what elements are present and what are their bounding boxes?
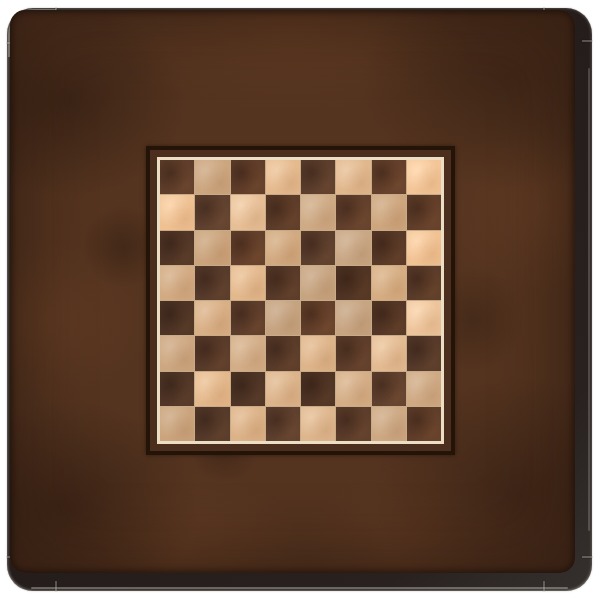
square-f1[interactable] (336, 407, 370, 441)
square-b3[interactable] (195, 336, 229, 370)
square-e6[interactable] (301, 231, 335, 265)
square-a5[interactable] (160, 266, 194, 300)
square-b4[interactable] (195, 301, 229, 335)
square-e2[interactable] (301, 372, 335, 406)
square-b5[interactable] (195, 266, 229, 300)
square-c3[interactable] (231, 336, 265, 370)
square-d1[interactable] (266, 407, 300, 441)
square-d2[interactable] (266, 372, 300, 406)
square-a1[interactable] (160, 407, 194, 441)
square-d3[interactable] (266, 336, 300, 370)
square-c4[interactable] (231, 301, 265, 335)
square-d5[interactable] (266, 266, 300, 300)
bottom-edge-highlight (31, 587, 568, 589)
corner-leaf-seam (582, 556, 592, 558)
square-f8[interactable] (336, 160, 370, 194)
square-b8[interactable] (195, 160, 229, 194)
square-h1[interactable] (407, 407, 441, 441)
square-f3[interactable] (336, 336, 370, 370)
square-d4[interactable] (266, 301, 300, 335)
square-g2[interactable] (372, 372, 406, 406)
square-c7[interactable] (231, 195, 265, 229)
square-a3[interactable] (160, 336, 194, 370)
square-c8[interactable] (231, 160, 265, 194)
square-g8[interactable] (372, 160, 406, 194)
square-d8[interactable] (266, 160, 300, 194)
square-f7[interactable] (336, 195, 370, 229)
square-d6[interactable] (266, 231, 300, 265)
square-h3[interactable] (407, 336, 441, 370)
square-g1[interactable] (372, 407, 406, 441)
square-e3[interactable] (301, 336, 335, 370)
square-d7[interactable] (266, 195, 300, 229)
square-b6[interactable] (195, 231, 229, 265)
square-c5[interactable] (231, 266, 265, 300)
square-g3[interactable] (372, 336, 406, 370)
board-cream-border (157, 157, 444, 444)
square-b7[interactable] (195, 195, 229, 229)
square-a6[interactable] (160, 231, 194, 265)
square-g7[interactable] (372, 195, 406, 229)
square-f2[interactable] (336, 372, 370, 406)
square-g6[interactable] (372, 231, 406, 265)
corner-leaf-seam (55, 581, 57, 591)
square-h5[interactable] (407, 266, 441, 300)
square-g5[interactable] (372, 266, 406, 300)
square-g4[interactable] (372, 301, 406, 335)
square-b2[interactable] (195, 372, 229, 406)
square-f4[interactable] (336, 301, 370, 335)
square-e1[interactable] (301, 407, 335, 441)
square-a4[interactable] (160, 301, 194, 335)
right-edge-highlight (588, 68, 590, 531)
square-a8[interactable] (160, 160, 194, 194)
corner-leaf-seam (543, 581, 545, 591)
square-e5[interactable] (301, 266, 335, 300)
square-h4[interactable] (407, 301, 441, 335)
square-f6[interactable] (336, 231, 370, 265)
square-c1[interactable] (231, 407, 265, 441)
square-h6[interactable] (407, 231, 441, 265)
square-h7[interactable] (407, 195, 441, 229)
square-b1[interactable] (195, 407, 229, 441)
corner-leaf-seam (582, 40, 592, 42)
chess-board (160, 160, 441, 441)
square-c2[interactable] (231, 372, 265, 406)
square-e4[interactable] (301, 301, 335, 335)
square-f5[interactable] (336, 266, 370, 300)
square-h2[interactable] (407, 372, 441, 406)
square-h8[interactable] (407, 160, 441, 194)
square-a7[interactable] (160, 195, 194, 229)
square-c6[interactable] (231, 231, 265, 265)
square-e7[interactable] (301, 195, 335, 229)
square-a2[interactable] (160, 372, 194, 406)
square-e8[interactable] (301, 160, 335, 194)
chessboard-inlay (146, 146, 455, 455)
